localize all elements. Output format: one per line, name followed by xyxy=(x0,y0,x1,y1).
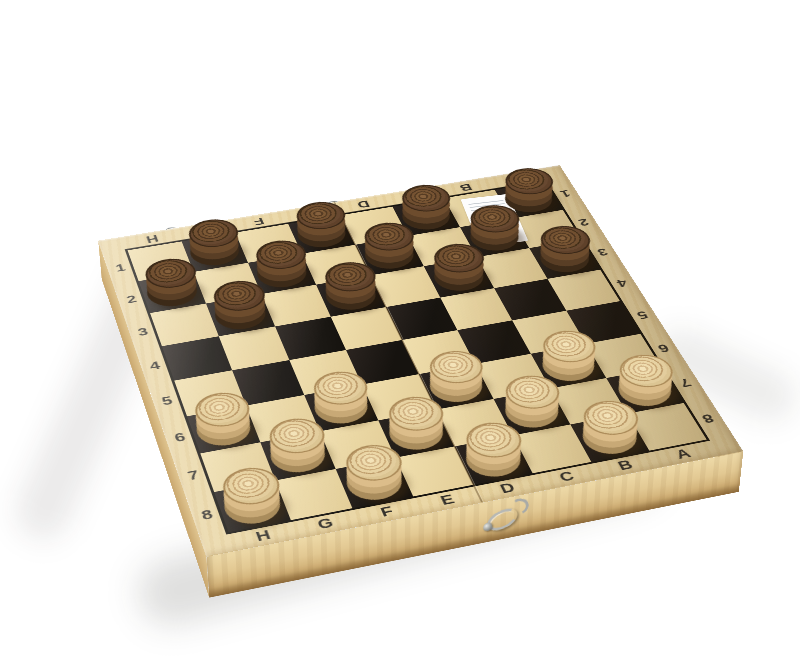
checker-piece-light-G7 xyxy=(265,434,331,477)
checker-piece-light-E7 xyxy=(383,412,450,454)
checker-piece-light-H8 xyxy=(219,484,286,530)
checkers-board: 1122334455667788HHGGFFEEDDCCBBAA xyxy=(98,165,743,557)
checker-piece-light-H6 xyxy=(191,408,255,450)
board-wrapper: 1122334455667788HHGGFFEEDDCCBBAA xyxy=(108,46,696,634)
checker-piece-light-F6 xyxy=(309,387,374,428)
checker-piece-dark-F2 xyxy=(252,256,312,291)
checker-piece-dark-C3 xyxy=(428,260,490,296)
checker-piece-light-B8 xyxy=(575,416,644,458)
checker-piece-dark-H2 xyxy=(143,274,202,310)
checker-piece-light-F8 xyxy=(340,461,408,505)
checker-piece-dark-G1 xyxy=(186,235,244,270)
product-photo-scene: 1122334455667788HHGGFFEEDDCCBBAA xyxy=(0,0,800,660)
checker-piece-dark-E3 xyxy=(320,278,381,314)
